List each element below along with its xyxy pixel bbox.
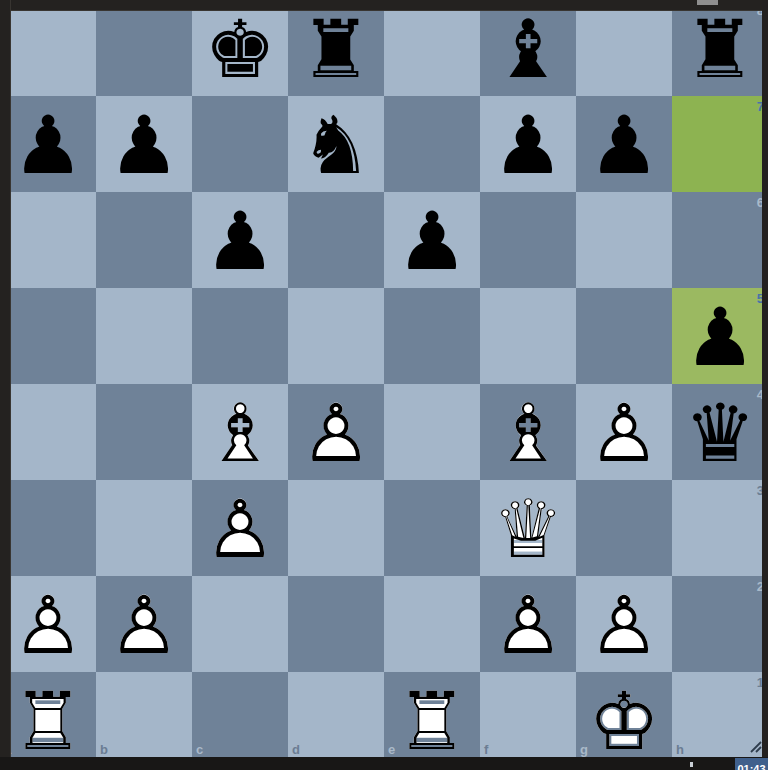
piece-white-pawn[interactable]: ♟♙ xyxy=(0,576,96,672)
square-h8[interactable]: 8♜ xyxy=(672,0,768,96)
square-a8[interactable] xyxy=(0,0,96,96)
square-g3[interactable] xyxy=(576,480,672,576)
square-h3[interactable]: 3 xyxy=(672,480,768,576)
board-frame-right xyxy=(762,0,768,770)
square-e4[interactable] xyxy=(384,384,480,480)
square-d1[interactable]: d xyxy=(288,672,384,768)
square-b6[interactable] xyxy=(96,192,192,288)
square-c7[interactable] xyxy=(192,96,288,192)
file-label-b: b xyxy=(100,742,108,757)
square-c6[interactable]: ♟ xyxy=(192,192,288,288)
square-e8[interactable] xyxy=(384,0,480,96)
square-c4[interactable]: ♝♗ xyxy=(192,384,288,480)
square-h2[interactable]: 2 xyxy=(672,576,768,672)
piece-black-pawn[interactable]: ♟ xyxy=(192,192,288,288)
file-label-d: d xyxy=(292,742,300,757)
bottom-bar xyxy=(0,757,768,770)
piece-black-pawn[interactable]: ♟ xyxy=(0,96,96,192)
square-a3[interactable] xyxy=(0,480,96,576)
piece-white-pawn[interactable]: ♟♙ xyxy=(192,480,288,576)
piece-white-pawn[interactable]: ♟♙ xyxy=(576,384,672,480)
square-b5[interactable] xyxy=(96,288,192,384)
chess-board: ♚♜♝8♜♟♟♞♟♟7♟♟65♟♝♗♟♙♝♗♟♙4♛♟♙♛♕3♟♙♟♙♟♙♟♙2… xyxy=(0,0,768,768)
square-e7[interactable] xyxy=(384,96,480,192)
square-e5[interactable] xyxy=(384,288,480,384)
square-f2[interactable]: ♟♙ xyxy=(480,576,576,672)
square-d4[interactable]: ♟♙ xyxy=(288,384,384,480)
square-g6[interactable] xyxy=(576,192,672,288)
square-b7[interactable]: ♟ xyxy=(96,96,192,192)
piece-white-pawn[interactable]: ♟♙ xyxy=(96,576,192,672)
square-c3[interactable]: ♟♙ xyxy=(192,480,288,576)
square-h7[interactable]: 7 xyxy=(672,96,768,192)
piece-black-queen[interactable]: ♛ xyxy=(672,384,768,480)
piece-black-knight[interactable]: ♞ xyxy=(288,96,384,192)
square-b4[interactable] xyxy=(96,384,192,480)
piece-white-pawn[interactable]: ♟♙ xyxy=(576,576,672,672)
piece-black-king[interactable]: ♚ xyxy=(192,0,288,96)
square-d3[interactable] xyxy=(288,480,384,576)
square-b1[interactable]: b xyxy=(96,672,192,768)
piece-white-rook[interactable]: ♜♖ xyxy=(384,672,480,768)
square-d8[interactable]: ♜ xyxy=(288,0,384,96)
file-label-c: c xyxy=(196,742,203,757)
square-b3[interactable] xyxy=(96,480,192,576)
square-c5[interactable] xyxy=(192,288,288,384)
square-h5[interactable]: 5♟ xyxy=(672,288,768,384)
board-frame-left xyxy=(0,0,11,758)
piece-black-pawn[interactable]: ♟ xyxy=(576,96,672,192)
square-d7[interactable]: ♞ xyxy=(288,96,384,192)
square-a4[interactable] xyxy=(0,384,96,480)
piece-black-pawn[interactable]: ♟ xyxy=(384,192,480,288)
file-label-h: h xyxy=(676,742,684,757)
square-a7[interactable]: ♟ xyxy=(0,96,96,192)
piece-black-rook[interactable]: ♜ xyxy=(672,0,768,96)
square-d2[interactable] xyxy=(288,576,384,672)
square-g2[interactable]: ♟♙ xyxy=(576,576,672,672)
square-c2[interactable] xyxy=(192,576,288,672)
square-e2[interactable] xyxy=(384,576,480,672)
piece-white-bishop[interactable]: ♝♗ xyxy=(480,384,576,480)
square-h4[interactable]: 4♛ xyxy=(672,384,768,480)
bottom-bar-tick xyxy=(690,762,693,767)
piece-white-bishop[interactable]: ♝♗ xyxy=(192,384,288,480)
square-f4[interactable]: ♝♗ xyxy=(480,384,576,480)
piece-black-pawn[interactable]: ♟ xyxy=(96,96,192,192)
square-e3[interactable] xyxy=(384,480,480,576)
square-g1[interactable]: g♚♔ xyxy=(576,672,672,768)
square-f6[interactable] xyxy=(480,192,576,288)
square-f3[interactable]: ♛♕ xyxy=(480,480,576,576)
square-a1[interactable]: a♜♖ xyxy=(0,672,96,768)
piece-black-pawn[interactable]: ♟ xyxy=(672,288,768,384)
clock: 01:43 xyxy=(735,758,768,770)
square-g4[interactable]: ♟♙ xyxy=(576,384,672,480)
window-tab-notch xyxy=(697,0,718,5)
piece-black-bishop[interactable]: ♝ xyxy=(480,0,576,96)
square-c8[interactable]: ♚ xyxy=(192,0,288,96)
square-e1[interactable]: e♜♖ xyxy=(384,672,480,768)
square-b8[interactable] xyxy=(96,0,192,96)
piece-white-pawn[interactable]: ♟♙ xyxy=(288,384,384,480)
square-h6[interactable]: 6 xyxy=(672,192,768,288)
board-frame-top xyxy=(0,0,768,11)
square-c1[interactable]: c xyxy=(192,672,288,768)
square-a2[interactable]: ♟♙ xyxy=(0,576,96,672)
resize-diagonal-lines-icon xyxy=(746,737,762,753)
square-g5[interactable] xyxy=(576,288,672,384)
square-a5[interactable] xyxy=(0,288,96,384)
square-g8[interactable] xyxy=(576,0,672,96)
board-resize-handle[interactable] xyxy=(746,737,762,757)
piece-white-king[interactable]: ♚♔ xyxy=(576,672,672,768)
square-f7[interactable]: ♟ xyxy=(480,96,576,192)
piece-black-rook[interactable]: ♜ xyxy=(288,0,384,96)
square-f8[interactable]: ♝ xyxy=(480,0,576,96)
file-label-f: f xyxy=(484,742,488,757)
board-window: ♚♜♝8♜♟♟♞♟♟7♟♟65♟♝♗♟♙♝♗♟♙4♛♟♙♛♕3♟♙♟♙♟♙♟♙2… xyxy=(0,0,768,770)
square-e6[interactable]: ♟ xyxy=(384,192,480,288)
square-d5[interactable] xyxy=(288,288,384,384)
square-d6[interactable] xyxy=(288,192,384,288)
square-f5[interactable] xyxy=(480,288,576,384)
piece-white-rook[interactable]: ♜♖ xyxy=(0,672,96,768)
square-g7[interactable]: ♟ xyxy=(576,96,672,192)
piece-white-pawn[interactable]: ♟♙ xyxy=(480,576,576,672)
square-a6[interactable] xyxy=(0,192,96,288)
square-b2[interactable]: ♟♙ xyxy=(96,576,192,672)
piece-white-queen[interactable]: ♛♕ xyxy=(480,480,576,576)
square-f1[interactable]: f xyxy=(480,672,576,768)
piece-black-pawn[interactable]: ♟ xyxy=(480,96,576,192)
